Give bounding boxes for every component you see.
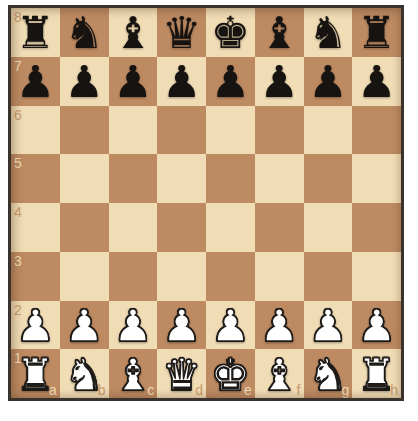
square-c5[interactable] — [109, 154, 158, 203]
square-e4[interactable] — [206, 203, 255, 252]
square-a8[interactable]: 8♜ — [11, 8, 60, 57]
square-b6[interactable] — [60, 106, 109, 155]
rank-label-5: 5 — [14, 156, 22, 170]
page: 8♜♞♝♛♚♝♞♜7♟♟♟♟♟♟♟♟65432♟♟♟♟♟♟♟♟1a♜b♞c♝d♛… — [0, 0, 418, 421]
square-a7[interactable]: 7♟ — [11, 57, 60, 106]
square-d1[interactable]: d♛ — [157, 349, 206, 398]
square-e3[interactable] — [206, 252, 255, 301]
square-c4[interactable] — [109, 203, 158, 252]
square-h1[interactable]: h♜ — [352, 349, 401, 398]
piece-black-rook[interactable]: ♜ — [16, 11, 55, 55]
square-f8[interactable]: ♝ — [255, 8, 304, 57]
square-d6[interactable] — [157, 106, 206, 155]
square-g5[interactable] — [304, 154, 353, 203]
chess-board: 8♜♞♝♛♚♝♞♜7♟♟♟♟♟♟♟♟65432♟♟♟♟♟♟♟♟1a♜b♞c♝d♛… — [8, 5, 404, 401]
square-e7[interactable]: ♟ — [206, 57, 255, 106]
piece-white-king[interactable]: ♚ — [211, 353, 250, 397]
piece-black-pawn[interactable]: ♟ — [357, 60, 396, 104]
piece-white-rook[interactable]: ♜ — [16, 353, 55, 397]
square-f7[interactable]: ♟ — [255, 57, 304, 106]
square-g3[interactable] — [304, 252, 353, 301]
square-d3[interactable] — [157, 252, 206, 301]
square-g7[interactable]: ♟ — [304, 57, 353, 106]
square-e1[interactable]: e♚ — [206, 349, 255, 398]
piece-white-pawn[interactable]: ♟ — [357, 304, 396, 348]
square-e8[interactable]: ♚ — [206, 8, 255, 57]
piece-black-knight[interactable]: ♞ — [64, 11, 103, 55]
square-c2[interactable]: ♟ — [109, 301, 158, 350]
square-c3[interactable] — [109, 252, 158, 301]
square-b4[interactable] — [60, 203, 109, 252]
square-d4[interactable] — [157, 203, 206, 252]
piece-black-king[interactable]: ♚ — [211, 11, 250, 55]
piece-white-pawn[interactable]: ♟ — [162, 304, 201, 348]
piece-black-bishop[interactable]: ♝ — [259, 11, 298, 55]
piece-black-bishop[interactable]: ♝ — [113, 11, 152, 55]
piece-white-pawn[interactable]: ♟ — [308, 304, 347, 348]
piece-white-pawn[interactable]: ♟ — [211, 304, 250, 348]
piece-black-rook[interactable]: ♜ — [357, 11, 396, 55]
piece-black-pawn[interactable]: ♟ — [113, 60, 152, 104]
piece-black-knight[interactable]: ♞ — [308, 11, 347, 55]
square-g2[interactable]: ♟ — [304, 301, 353, 350]
square-f5[interactable] — [255, 154, 304, 203]
piece-white-pawn[interactable]: ♟ — [259, 304, 298, 348]
square-c6[interactable] — [109, 106, 158, 155]
square-f2[interactable]: ♟ — [255, 301, 304, 350]
square-g4[interactable] — [304, 203, 353, 252]
rank-label-3: 3 — [14, 254, 22, 268]
square-a5[interactable]: 5 — [11, 154, 60, 203]
square-g1[interactable]: g♞ — [304, 349, 353, 398]
square-h5[interactable] — [352, 154, 401, 203]
piece-white-pawn[interactable]: ♟ — [16, 304, 55, 348]
square-h7[interactable]: ♟ — [352, 57, 401, 106]
square-h8[interactable]: ♜ — [352, 8, 401, 57]
square-g8[interactable]: ♞ — [304, 8, 353, 57]
rank-label-4: 4 — [14, 205, 22, 219]
square-g6[interactable] — [304, 106, 353, 155]
piece-white-pawn[interactable]: ♟ — [64, 304, 103, 348]
square-c7[interactable]: ♟ — [109, 57, 158, 106]
piece-black-queen[interactable]: ♛ — [162, 11, 201, 55]
square-d8[interactable]: ♛ — [157, 8, 206, 57]
piece-black-pawn[interactable]: ♟ — [259, 60, 298, 104]
square-d2[interactable]: ♟ — [157, 301, 206, 350]
square-b1[interactable]: b♞ — [60, 349, 109, 398]
rank-label-6: 6 — [14, 108, 22, 122]
piece-black-pawn[interactable]: ♟ — [16, 60, 55, 104]
square-h3[interactable] — [352, 252, 401, 301]
square-a1[interactable]: 1a♜ — [11, 349, 60, 398]
square-f4[interactable] — [255, 203, 304, 252]
square-f6[interactable] — [255, 106, 304, 155]
square-a6[interactable]: 6 — [11, 106, 60, 155]
square-a2[interactable]: 2♟ — [11, 301, 60, 350]
square-c1[interactable]: c♝ — [109, 349, 158, 398]
square-f1[interactable]: f♝ — [255, 349, 304, 398]
square-h2[interactable]: ♟ — [352, 301, 401, 350]
square-b3[interactable] — [60, 252, 109, 301]
square-e6[interactable] — [206, 106, 255, 155]
piece-white-knight[interactable]: ♞ — [308, 353, 347, 397]
square-c8[interactable]: ♝ — [109, 8, 158, 57]
square-e2[interactable]: ♟ — [206, 301, 255, 350]
square-h4[interactable] — [352, 203, 401, 252]
piece-white-pawn[interactable]: ♟ — [113, 304, 152, 348]
square-a4[interactable]: 4 — [11, 203, 60, 252]
piece-white-rook[interactable]: ♜ — [357, 353, 396, 397]
piece-black-pawn[interactable]: ♟ — [162, 60, 201, 104]
square-d7[interactable]: ♟ — [157, 57, 206, 106]
piece-white-queen[interactable]: ♛ — [162, 353, 201, 397]
piece-black-pawn[interactable]: ♟ — [308, 60, 347, 104]
square-d5[interactable] — [157, 154, 206, 203]
square-b7[interactable]: ♟ — [60, 57, 109, 106]
board-grid: 8♜♞♝♛♚♝♞♜7♟♟♟♟♟♟♟♟65432♟♟♟♟♟♟♟♟1a♜b♞c♝d♛… — [11, 8, 401, 398]
square-h6[interactable] — [352, 106, 401, 155]
square-b8[interactable]: ♞ — [60, 8, 109, 57]
piece-white-bishop[interactable]: ♝ — [259, 353, 298, 397]
square-f3[interactable] — [255, 252, 304, 301]
square-b2[interactable]: ♟ — [60, 301, 109, 350]
square-a3[interactable]: 3 — [11, 252, 60, 301]
piece-black-pawn[interactable]: ♟ — [211, 60, 250, 104]
piece-white-bishop[interactable]: ♝ — [113, 353, 152, 397]
piece-black-pawn[interactable]: ♟ — [64, 60, 103, 104]
square-b5[interactable] — [60, 154, 109, 203]
square-e5[interactable] — [206, 154, 255, 203]
piece-white-knight[interactable]: ♞ — [64, 353, 103, 397]
